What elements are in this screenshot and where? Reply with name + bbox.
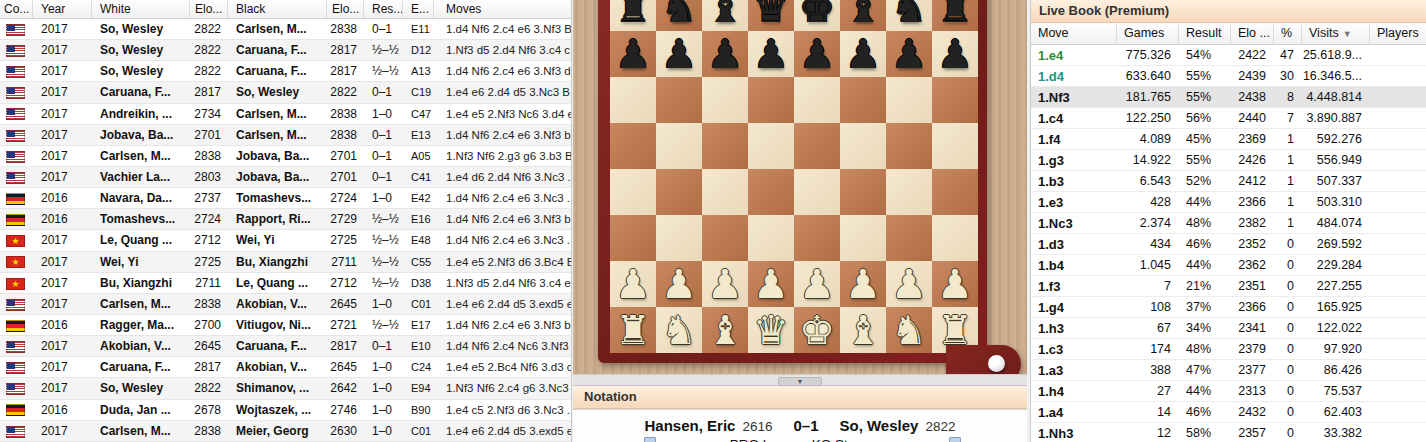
- black-elo-cell: 2822: [327, 85, 364, 99]
- book-pct-cell: 0: [1274, 321, 1302, 335]
- white-elo-cell: 2724: [190, 212, 228, 226]
- black-pawn[interactable]: ♟: [656, 31, 702, 77]
- square-b4[interactable]: [656, 169, 702, 215]
- country-cell: ★: [0, 276, 33, 290]
- book-result-cell: 55%: [1179, 153, 1231, 167]
- square-g6[interactable]: [886, 77, 932, 123]
- game-row[interactable]: 2017Jobava, Ba...2701Carlsen, M...28380–…: [0, 125, 571, 146]
- book-row[interactable]: 1.g410837%23660165.925: [1031, 297, 1426, 318]
- square-h7[interactable]: ♟: [932, 31, 978, 77]
- square-b1[interactable]: ♞: [656, 307, 702, 353]
- game-row[interactable]: 2017So, Wesley2822Carlsen, M...28380–1E1…: [0, 19, 571, 40]
- game-row[interactable]: ★2017Wei, Yi2725Bu, Xiangzhi2711½–½C551.…: [0, 252, 571, 273]
- vn-flag-icon: ★: [6, 256, 25, 268]
- column-header-eco[interactable]: E...: [403, 0, 434, 18]
- white-elo-cell: 2701: [190, 128, 228, 142]
- book-result-cell: 34%: [1179, 321, 1231, 335]
- square-f5[interactable]: [840, 123, 886, 169]
- black-queen[interactable]: ♛: [748, 0, 794, 31]
- book-games-cell: 7: [1117, 279, 1179, 293]
- country-cell: [0, 170, 33, 184]
- white-pawn[interactable]: ♟: [656, 261, 702, 307]
- black-elo-cell: 2645: [327, 297, 364, 311]
- year-cell: 2017: [33, 107, 92, 121]
- square-b3[interactable]: [656, 215, 702, 261]
- square-e6[interactable]: [794, 77, 840, 123]
- book-visits-cell: 556.949: [1302, 153, 1370, 167]
- square-f4[interactable]: [840, 169, 886, 215]
- white-name-cell: So, Wesley: [92, 22, 190, 36]
- book-result-cell: 55%: [1179, 69, 1231, 83]
- eco-cell: E16: [403, 213, 434, 225]
- square-f8[interactable]: ♝: [840, 0, 886, 31]
- square-g5[interactable]: [886, 123, 932, 169]
- book-row[interactable]: 1.c4122.25056%244073.890.887: [1031, 108, 1426, 129]
- white-pawn[interactable]: ♟: [610, 261, 656, 307]
- game-row[interactable]: 2017Caruana, F...2817So, Wesley28220–1C1…: [0, 82, 571, 103]
- book-elo-cell: 2422: [1231, 48, 1274, 62]
- square-a3[interactable]: [610, 215, 656, 261]
- book-row[interactable]: 1.b36.54352%24121507.337: [1031, 171, 1426, 192]
- black-rook[interactable]: ♜: [610, 0, 656, 31]
- book-elo-cell: 2366: [1231, 195, 1274, 209]
- white-elo-cell: 2822: [190, 64, 228, 78]
- book-column-move[interactable]: Move: [1031, 23, 1117, 44]
- result-cell: 1–0: [364, 381, 403, 395]
- book-games-cell: 4.089: [1117, 132, 1179, 146]
- square-g1[interactable]: ♞: [886, 307, 932, 353]
- white-elo-cell: 2838: [190, 149, 228, 163]
- book-visits-cell: 592.276: [1302, 132, 1370, 146]
- game-row[interactable]: 2017So, Wesley2822Shimanov, ...26421–0E9…: [0, 378, 571, 399]
- black-name-cell: Akobian, V...: [228, 297, 327, 311]
- square-c1[interactable]: ♝: [702, 307, 748, 353]
- book-result-cell: 21%: [1179, 279, 1231, 293]
- year-cell: 2017: [33, 22, 92, 36]
- us-flag-icon: [6, 383, 25, 395]
- square-f7[interactable]: ♟: [840, 31, 886, 77]
- book-column-visits[interactable]: Visits▼: [1302, 23, 1370, 44]
- result-cell: 0–1: [364, 339, 403, 353]
- book-result-cell: 44%: [1179, 384, 1231, 398]
- black-elo-cell: 2711: [327, 255, 364, 269]
- book-result-cell: 48%: [1179, 216, 1231, 230]
- black-name-cell: Carlsen, M...: [228, 107, 327, 121]
- white-pawn[interactable]: ♟: [702, 261, 748, 307]
- game-row[interactable]: 2016Duda, Jan ...2678Wojtaszek, ...27461…: [0, 400, 571, 421]
- column-header-result[interactable]: Res...: [364, 0, 403, 18]
- game-row[interactable]: 2017Akobian, V...2645Caruana, F...28170–…: [0, 336, 571, 357]
- black-elo-cell: 2701: [327, 170, 364, 184]
- book-elo-cell: 2379: [1231, 342, 1274, 356]
- vn-flag-icon: ★: [6, 278, 25, 290]
- book-games-cell: 434: [1117, 237, 1179, 251]
- book-games-cell: 14.922: [1117, 153, 1179, 167]
- square-c4[interactable]: [702, 169, 748, 215]
- book-move-cell: 1.h3: [1031, 321, 1117, 336]
- square-e5[interactable]: [794, 123, 840, 169]
- square-f1[interactable]: ♝: [840, 307, 886, 353]
- square-d2[interactable]: ♟: [748, 261, 794, 307]
- book-row[interactable]: 1.d4633.64055%24393016.346.5...: [1031, 66, 1426, 87]
- column-header-year[interactable]: Year: [33, 0, 92, 18]
- book-column-result[interactable]: Result: [1179, 23, 1231, 44]
- white-pawn[interactable]: ♟: [840, 261, 886, 307]
- square-g3[interactable]: [886, 215, 932, 261]
- eco-cell: A05: [403, 150, 434, 162]
- game-row[interactable]: 2017Carlsen, M...2838Jobava, Ba...27010–…: [0, 146, 571, 167]
- book-row[interactable]: 1.e342844%23661503.310: [1031, 192, 1426, 213]
- game-row[interactable]: 2017Carlsen, M...2838Meier, Georg26301–0…: [0, 421, 571, 442]
- moves-cell: 1.e4 e5 2.Bc4 Nf6 3.d3 c...: [434, 361, 572, 373]
- column-header-black[interactable]: Black: [228, 0, 327, 18]
- book-row[interactable]: 1.Nf3181.76555%243884.448.814: [1031, 87, 1426, 108]
- book-row[interactable]: 1.f44.08945%23691592.276: [1031, 129, 1426, 150]
- white-pawn[interactable]: ♟: [748, 261, 794, 307]
- white-pawn[interactable]: ♟: [932, 261, 978, 307]
- year-cell: 2017: [33, 128, 92, 142]
- board-frame-tab: [946, 345, 1021, 374]
- book-pct-cell: 1: [1274, 132, 1302, 146]
- book-row[interactable]: 1.e4775.32654%24224725.618.9...: [1031, 45, 1426, 66]
- book-games-cell: 122.250: [1117, 111, 1179, 125]
- eco-cell: C41: [403, 171, 434, 183]
- square-h2[interactable]: ♟: [932, 261, 978, 307]
- square-a7[interactable]: ♟: [610, 31, 656, 77]
- country-cell: [0, 64, 33, 78]
- black-knight[interactable]: ♞: [886, 0, 932, 31]
- eco-cell: C24: [403, 361, 434, 373]
- black-name-cell: Carlsen, M...: [228, 128, 327, 142]
- country-cell: [0, 381, 33, 395]
- white-name-cell: Bu, Xiangzhi: [92, 276, 190, 290]
- black-pawn[interactable]: ♟: [702, 31, 748, 77]
- book-visits-cell: 4.448.814: [1302, 90, 1370, 104]
- white-elo-cell: 2838: [190, 424, 228, 438]
- white-name-cell: So, Wesley: [92, 64, 190, 78]
- white-name-cell: Andreikin, ...: [92, 107, 190, 121]
- white-bishop[interactable]: ♝: [840, 307, 886, 353]
- chess-board[interactable]: ♜♞♝♛♚♝♞♜♟♟♟♟♟♟♟♟♟♟♟♟♟♟♟♟♜♞♝♛♚♝♞♜: [610, 0, 978, 353]
- white-name-cell: Ragger, Ma...: [92, 318, 190, 332]
- eco-cell: E11: [403, 23, 434, 35]
- book-pct-cell: 0: [1274, 342, 1302, 356]
- eco-cell: C47: [403, 108, 434, 120]
- book-result-cell: 46%: [1179, 237, 1231, 251]
- result-cell: 0–1: [364, 128, 403, 142]
- book-row[interactable]: 1.f3721%23510227.255: [1031, 276, 1426, 297]
- game-row[interactable]: 2016Tomashevs...2724Rapport, Ri...2729½–…: [0, 209, 571, 230]
- book-column-elo[interactable]: Elo ...: [1231, 23, 1274, 44]
- book-pct-cell: 7: [1274, 111, 1302, 125]
- book-column-players[interactable]: Players: [1370, 23, 1426, 44]
- square-h3[interactable]: [932, 215, 978, 261]
- square-c2[interactable]: ♟: [702, 261, 748, 307]
- book-visits-cell: 165.925: [1302, 300, 1370, 314]
- game-row[interactable]: 2016Ragger, Ma...2700Vitiugov, Ni...2721…: [0, 315, 571, 336]
- square-d3[interactable]: [748, 215, 794, 261]
- white-elo-cell: 2822: [190, 43, 228, 57]
- black-name-cell: Rapport, Ri...: [228, 212, 327, 226]
- black-elo-cell: 2645: [327, 360, 364, 374]
- book-visits-cell: 484.074: [1302, 216, 1370, 230]
- square-d7[interactable]: ♟: [748, 31, 794, 77]
- book-elo-cell: 2432: [1231, 405, 1274, 419]
- us-flag-icon: [6, 87, 25, 99]
- eco-cell: E17: [403, 319, 434, 331]
- black-player-photo-icon[interactable]: [949, 437, 961, 442]
- white-elo-cell: 2817: [190, 85, 228, 99]
- square-a6[interactable]: [610, 77, 656, 123]
- book-row[interactable]: 1.h36734%23410122.022: [1031, 318, 1426, 339]
- book-column-games[interactable]: Games: [1117, 23, 1179, 44]
- black-pawn[interactable]: ♟: [794, 31, 840, 77]
- white-bishop[interactable]: ♝: [702, 307, 748, 353]
- notation-splitter[interactable]: ▼: [573, 374, 1027, 386]
- result-cell: 1–0: [364, 424, 403, 438]
- book-row[interactable]: 1.a41446%2432062.403: [1031, 402, 1426, 423]
- moves-cell: 1.e4 c5 2.Nf3 d6 3.Nc3 ...: [434, 404, 572, 416]
- year-cell: 2016: [33, 318, 92, 332]
- white-pawn[interactable]: ♟: [886, 261, 932, 307]
- square-h8[interactable]: ♜: [932, 0, 978, 31]
- column-header-moves[interactable]: Moves: [434, 0, 572, 18]
- square-b5[interactable]: [656, 123, 702, 169]
- square-d8[interactable]: ♛: [748, 0, 794, 31]
- book-pct-cell: 0: [1274, 279, 1302, 293]
- book-column-pct[interactable]: %: [1274, 23, 1302, 44]
- book-games-cell: 27: [1117, 384, 1179, 398]
- black-elo-cell: 2729: [327, 212, 364, 226]
- book-row[interactable]: 1.g314.92255%24261556.949: [1031, 150, 1426, 171]
- result-cell: 0–1: [364, 22, 403, 36]
- book-pct-cell: 0: [1274, 384, 1302, 398]
- white-rook[interactable]: ♜: [610, 307, 656, 353]
- square-b2[interactable]: ♟: [656, 261, 702, 307]
- black-name-cell: So, Wesley: [228, 85, 327, 99]
- black-king[interactable]: ♚: [794, 0, 840, 31]
- us-flag-icon: [6, 341, 25, 353]
- book-games-cell: 67: [1117, 321, 1179, 335]
- game-row[interactable]: ★2017Bu, Xiangzhi2711Le, Quang ...2712½–…: [0, 273, 571, 294]
- book-row[interactable]: 1.b41.04544%23620229.284: [1031, 255, 1426, 276]
- result-cell: 1–0: [364, 403, 403, 417]
- book-pct-cell: 1: [1274, 216, 1302, 230]
- black-elo-cell: 2724: [327, 191, 364, 205]
- square-g4[interactable]: [886, 169, 932, 215]
- square-c7[interactable]: ♟: [702, 31, 748, 77]
- book-pct-cell: 1: [1274, 174, 1302, 188]
- square-b8[interactable]: ♞: [656, 0, 702, 31]
- book-row[interactable]: 1.Nh31258%2357033.382: [1031, 423, 1426, 442]
- square-a5[interactable]: [610, 123, 656, 169]
- white-name-cell: Navara, Da...: [92, 191, 190, 205]
- result-cell: 0–1: [364, 149, 403, 163]
- eco-cell: E13: [403, 129, 434, 141]
- book-elo-cell: 2369: [1231, 132, 1274, 146]
- black-knight[interactable]: ♞: [656, 0, 702, 31]
- square-e3[interactable]: [794, 215, 840, 261]
- book-games-cell: 174: [1117, 342, 1179, 356]
- square-b6[interactable]: [656, 77, 702, 123]
- square-d5[interactable]: [748, 123, 794, 169]
- square-e4[interactable]: [794, 169, 840, 215]
- book-result-cell: 46%: [1179, 405, 1231, 419]
- moves-cell: 1.d4 Nf6 2.c4 e6 3.Nf3 b...: [434, 213, 572, 225]
- white-name-cell: Jobava, Ba...: [92, 128, 190, 142]
- black-bishop[interactable]: ♝: [840, 0, 886, 31]
- square-d6[interactable]: [748, 77, 794, 123]
- black-elo-cell: 2817: [327, 339, 364, 353]
- white-player-name: Hansen, Eric: [645, 417, 736, 434]
- square-f3[interactable]: [840, 215, 886, 261]
- black-elo-cell: 2838: [327, 128, 364, 142]
- white-knight[interactable]: ♞: [886, 307, 932, 353]
- year-cell: 2016: [33, 212, 92, 226]
- square-h6[interactable]: [932, 77, 978, 123]
- year-cell: 2017: [33, 424, 92, 438]
- square-c8[interactable]: ♝: [702, 0, 748, 31]
- game-row[interactable]: 2017So, Wesley2822Caruana, F...2817½–½A1…: [0, 61, 571, 82]
- result-cell: ½–½: [364, 64, 403, 78]
- black-rook[interactable]: ♜: [932, 0, 978, 31]
- square-d4[interactable]: [748, 169, 794, 215]
- square-f2[interactable]: ♟: [840, 261, 886, 307]
- square-g8[interactable]: ♞: [886, 0, 932, 31]
- white-elo-cell: 2734: [190, 107, 228, 121]
- game-row[interactable]: 2017Carlsen, M...2838Akobian, V...26451–…: [0, 294, 571, 315]
- year-cell: 2017: [33, 233, 92, 247]
- white-king[interactable]: ♚: [794, 307, 840, 353]
- book-visits-cell: 503.310: [1302, 195, 1370, 209]
- square-h5[interactable]: [932, 123, 978, 169]
- white-queen[interactable]: ♛: [748, 307, 794, 353]
- moves-cell: 1.Nf3 Nf6 2.g3 g6 3.b3 B...: [434, 150, 572, 162]
- eco-cell: D12: [403, 44, 434, 56]
- white-name-cell: Vachier La...: [92, 170, 190, 184]
- game-row[interactable]: 2017So, Wesley2822Caruana, F...2817½–½D1…: [0, 40, 571, 61]
- moves-cell: 1.e4 e5 2.Nf3 Nc6 3.d4 e...: [434, 108, 572, 120]
- square-b7[interactable]: ♟: [656, 31, 702, 77]
- year-cell: 2017: [33, 149, 92, 163]
- black-name-cell: Tomashevs...: [228, 191, 327, 205]
- white-player-photo-icon[interactable]: [644, 437, 656, 442]
- book-row[interactable]: 1.d343446%23520269.592: [1031, 234, 1426, 255]
- column-header-white[interactable]: White: [92, 0, 190, 18]
- us-flag-icon: [6, 66, 25, 78]
- square-e1[interactable]: ♚: [794, 307, 840, 353]
- book-elo-cell: 2382: [1231, 216, 1274, 230]
- white-name-cell: Carlsen, M...: [92, 297, 190, 311]
- white-pawn[interactable]: ♟: [794, 261, 840, 307]
- book-move-cell: 1.b3: [1031, 174, 1117, 189]
- game-row[interactable]: 2016Navara, Da...2737Tomashevs...27241–0…: [0, 188, 571, 209]
- square-a2[interactable]: ♟: [610, 261, 656, 307]
- country-cell: [0, 339, 33, 353]
- result-cell: 1–0: [364, 360, 403, 374]
- book-elo-cell: 2341: [1231, 321, 1274, 335]
- book-pct-cell: 30: [1274, 69, 1302, 83]
- eco-cell: C01: [403, 425, 434, 437]
- book-elo-cell: 2438: [1231, 90, 1274, 104]
- game-row[interactable]: 2017Caruana, F...2817Akobian, V...26451–…: [0, 357, 571, 378]
- square-d1[interactable]: ♛: [748, 307, 794, 353]
- year-cell: 2017: [33, 381, 92, 395]
- vn-flag-icon: ★: [6, 235, 25, 247]
- country-cell: [0, 85, 33, 99]
- black-elo-cell: 2817: [327, 64, 364, 78]
- column-header-elo-black[interactable]: Elo...: [327, 0, 364, 18]
- game-row[interactable]: 2017Andreikin, ...2734Carlsen, M...28381…: [0, 104, 571, 125]
- black-name-cell: Bu, Xiangzhi: [228, 255, 327, 269]
- country-cell: [0, 318, 33, 332]
- country-cell: [0, 360, 33, 374]
- white-name-cell: Carlsen, M...: [92, 424, 190, 438]
- square-e2[interactable]: ♟: [794, 261, 840, 307]
- square-a4[interactable]: [610, 169, 656, 215]
- game-row[interactable]: 2017Vachier La...2803Jobava, Ba...27010–…: [0, 167, 571, 188]
- year-cell: 2017: [33, 276, 92, 290]
- black-pawn[interactable]: ♟: [932, 31, 978, 77]
- country-cell: [0, 128, 33, 142]
- square-g2[interactable]: ♟: [886, 261, 932, 307]
- black-elo-cell: 2838: [327, 107, 364, 121]
- moves-cell: 1.Nf3 Nf6 2.c4 g6 3.Nc3 ...: [434, 382, 572, 394]
- game-row[interactable]: ★2017Le, Quang ...2712Wei, Yi2725½–½E481…: [0, 230, 571, 251]
- square-c6[interactable]: [702, 77, 748, 123]
- black-bishop[interactable]: ♝: [702, 0, 748, 31]
- black-pawn[interactable]: ♟: [886, 31, 932, 77]
- book-row[interactable]: 1.c317448%2379097.920: [1031, 339, 1426, 360]
- black-pawn[interactable]: ♟: [748, 31, 794, 77]
- black-name-cell: Meier, Georg: [228, 424, 327, 438]
- column-header-country[interactable]: Co...: [0, 0, 33, 18]
- square-c3[interactable]: [702, 215, 748, 261]
- board-panel: ♜♞♝♛♚♝♞♜♟♟♟♟♟♟♟♟♟♟♟♟♟♟♟♟♜♞♝♛♚♝♞♜ ▼ Notat…: [573, 0, 1027, 442]
- square-f6[interactable]: [840, 77, 886, 123]
- black-name-cell: Akobian, V...: [228, 360, 327, 374]
- moves-cell: 1.Nf3 d5 2.d4 Nf6 3.c4 e...: [434, 277, 572, 289]
- board-handle-knob[interactable]: [988, 355, 1005, 372]
- white-elo-cell: 2817: [190, 360, 228, 374]
- country-cell: [0, 424, 33, 438]
- book-row[interactable]: 1.a338847%2377086.426: [1031, 360, 1426, 381]
- square-h4[interactable]: [932, 169, 978, 215]
- black-pawn[interactable]: ♟: [840, 31, 886, 77]
- square-a1[interactable]: ♜: [610, 307, 656, 353]
- square-e8[interactable]: ♚: [794, 0, 840, 31]
- black-pawn[interactable]: ♟: [610, 31, 656, 77]
- square-e7[interactable]: ♟: [794, 31, 840, 77]
- square-c5[interactable]: [702, 123, 748, 169]
- splitter-collapse-handle[interactable]: ▼: [778, 377, 822, 386]
- us-flag-icon: [6, 24, 25, 36]
- white-elo-cell: 2725: [190, 255, 228, 269]
- visits-label: Visits: [1309, 26, 1339, 40]
- book-row[interactable]: 1.h42744%2313075.537: [1031, 381, 1426, 402]
- column-header-elo-white[interactable]: Elo...: [190, 0, 228, 18]
- white-elo-cell: 2822: [190, 381, 228, 395]
- book-row[interactable]: 1.Nc32.37448%23821484.074: [1031, 213, 1426, 234]
- book-elo-cell: 2351: [1231, 279, 1274, 293]
- square-a8[interactable]: ♜: [610, 0, 656, 31]
- square-g7[interactable]: ♟: [886, 31, 932, 77]
- white-knight[interactable]: ♞: [656, 307, 702, 353]
- moves-cell: 1.e4 e6 2.d4 d5 3.exd5 e...: [434, 425, 572, 437]
- year-cell: 2016: [33, 191, 92, 205]
- black-elo-cell: 2630: [327, 424, 364, 438]
- us-flag-icon: [6, 299, 25, 311]
